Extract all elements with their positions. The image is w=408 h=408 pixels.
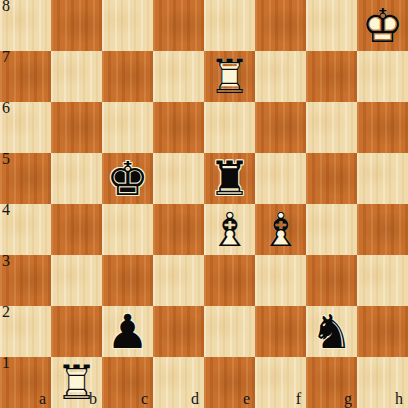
square-c3[interactable] [102,255,153,306]
square-c2[interactable]: ♟ [102,306,153,357]
white-bishop-icon[interactable]: ♝♗ [204,204,255,255]
square-g1[interactable] [306,357,357,408]
square-b7[interactable] [51,51,102,102]
square-e2[interactable] [204,306,255,357]
square-d4[interactable] [153,204,204,255]
square-b4[interactable] [51,204,102,255]
piece-outline-glyph: ♗ [255,204,306,255]
square-b8[interactable] [51,0,102,51]
piece-fill-glyph: ♞ [306,306,357,357]
square-g4[interactable] [306,204,357,255]
square-a8[interactable] [0,0,51,51]
piece-outline-glyph: ♗ [204,204,255,255]
square-d6[interactable] [153,102,204,153]
square-d3[interactable] [153,255,204,306]
square-a7[interactable] [0,51,51,102]
square-g5[interactable] [306,153,357,204]
square-d7[interactable] [153,51,204,102]
square-b5[interactable] [51,153,102,204]
square-h4[interactable] [357,204,408,255]
square-g3[interactable] [306,255,357,306]
square-c8[interactable] [102,0,153,51]
square-g8[interactable] [306,0,357,51]
square-e8[interactable] [204,0,255,51]
square-e4[interactable]: ♝♗ [204,204,255,255]
piece-fill-glyph: ♚ [102,153,153,204]
square-c4[interactable] [102,204,153,255]
black-knight-icon[interactable]: ♞ [306,306,357,357]
square-b2[interactable] [51,306,102,357]
square-d1[interactable] [153,357,204,408]
piece-outline-glyph: ♖ [204,51,255,102]
square-d2[interactable] [153,306,204,357]
square-c7[interactable] [102,51,153,102]
square-b3[interactable] [51,255,102,306]
square-e5[interactable]: ♜ [204,153,255,204]
piece-fill-glyph: ♟ [102,306,153,357]
square-b1[interactable]: ♜♖ [51,357,102,408]
black-king-icon[interactable]: ♚ [102,153,153,204]
square-h6[interactable] [357,102,408,153]
white-rook-icon[interactable]: ♜♖ [204,51,255,102]
square-c1[interactable] [102,357,153,408]
piece-outline-glyph: ♖ [51,357,102,408]
square-f5[interactable] [255,153,306,204]
square-f7[interactable] [255,51,306,102]
chess-board: ♚♔♜♖♚♜♝♗♝♗♟♞♜♖87654321abcdefgh [0,0,408,408]
white-bishop-icon[interactable]: ♝♗ [255,204,306,255]
square-d8[interactable] [153,0,204,51]
square-a5[interactable] [0,153,51,204]
square-e6[interactable] [204,102,255,153]
square-h3[interactable] [357,255,408,306]
square-f6[interactable] [255,102,306,153]
piece-fill-glyph: ♜ [204,153,255,204]
square-h1[interactable] [357,357,408,408]
square-f4[interactable]: ♝♗ [255,204,306,255]
square-h2[interactable] [357,306,408,357]
square-h8[interactable]: ♚♔ [357,0,408,51]
white-king-icon[interactable]: ♚♔ [357,0,408,51]
square-c6[interactable] [102,102,153,153]
square-h5[interactable] [357,153,408,204]
square-a6[interactable] [0,102,51,153]
black-rook-icon[interactable]: ♜ [204,153,255,204]
white-rook-icon[interactable]: ♜♖ [51,357,102,408]
square-b6[interactable] [51,102,102,153]
square-e1[interactable] [204,357,255,408]
black-pawn-icon[interactable]: ♟ [102,306,153,357]
square-a4[interactable] [0,204,51,255]
square-a1[interactable] [0,357,51,408]
piece-outline-glyph: ♔ [357,0,408,51]
square-f2[interactable] [255,306,306,357]
square-g6[interactable] [306,102,357,153]
square-a3[interactable] [0,255,51,306]
square-g2[interactable]: ♞ [306,306,357,357]
square-c5[interactable]: ♚ [102,153,153,204]
square-f1[interactable] [255,357,306,408]
square-a2[interactable] [0,306,51,357]
square-f3[interactable] [255,255,306,306]
square-h7[interactable] [357,51,408,102]
square-e3[interactable] [204,255,255,306]
square-e7[interactable]: ♜♖ [204,51,255,102]
square-f8[interactable] [255,0,306,51]
square-g7[interactable] [306,51,357,102]
square-d5[interactable] [153,153,204,204]
